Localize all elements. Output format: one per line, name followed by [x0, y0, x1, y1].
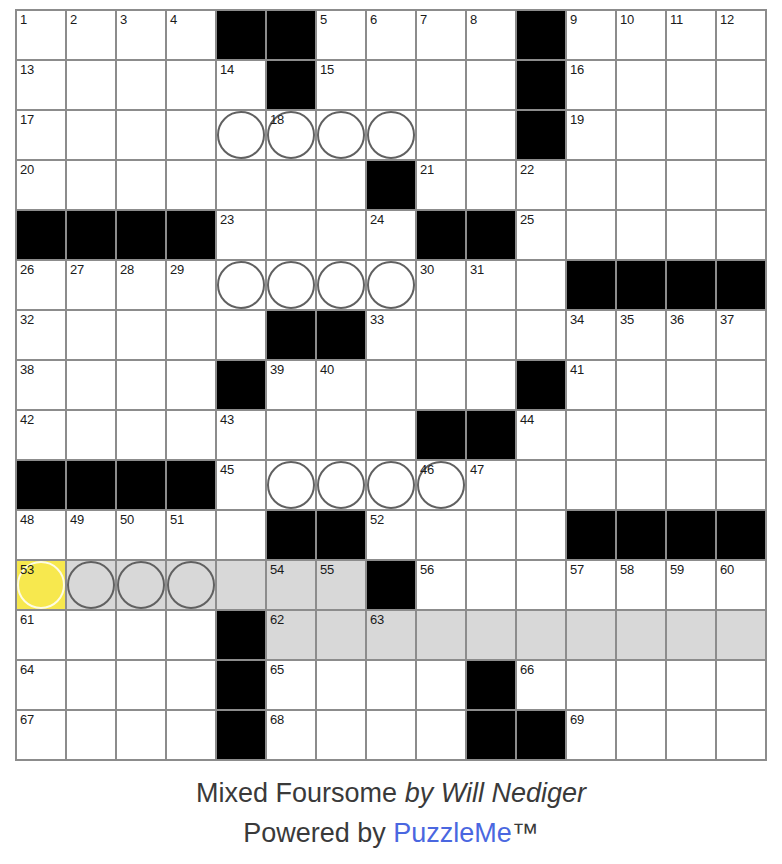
cell-r6c9[interactable]: 30 [417, 261, 465, 309]
cell-r2c13[interactable] [617, 61, 665, 109]
cell-r4c3[interactable] [117, 161, 165, 209]
cell-r3c14[interactable] [667, 111, 715, 159]
cell-r14c2[interactable] [67, 661, 115, 709]
cell-number: 17 [20, 112, 34, 127]
cell-r1c5 [217, 11, 265, 59]
cell-r15c11 [517, 711, 565, 759]
cell-number: 67 [20, 712, 34, 727]
cell-r15c4[interactable] [167, 711, 215, 759]
cell-r2c10[interactable] [467, 61, 515, 109]
cell-r3c13[interactable] [617, 111, 665, 159]
cell-r9c15[interactable] [717, 411, 765, 459]
cell-r14c8[interactable] [367, 661, 415, 709]
cell-r5c15[interactable] [717, 211, 765, 259]
cell-r3c8[interactable] [367, 111, 415, 159]
cell-r10c3 [117, 461, 165, 509]
circle-marker [217, 111, 265, 159]
cell-r15c3[interactable] [117, 711, 165, 759]
cell-number: 57 [570, 562, 584, 577]
cell-r9c7[interactable] [317, 411, 365, 459]
cell-number: 49 [70, 512, 84, 527]
cell-number: 66 [520, 662, 534, 677]
cell-r1c6 [267, 11, 315, 59]
cell-r3c3[interactable] [117, 111, 165, 159]
cell-number: 58 [620, 562, 634, 577]
cell-number: 41 [570, 362, 584, 377]
cell-r14c15[interactable] [717, 661, 765, 709]
cell-r13c1[interactable]: 61 [17, 611, 65, 659]
cell-r6c5[interactable] [217, 261, 265, 309]
cell-r14c12[interactable] [567, 661, 615, 709]
cell-r15c1[interactable]: 67 [17, 711, 65, 759]
cell-number: 27 [70, 262, 84, 277]
cell-number: 9 [570, 12, 577, 27]
cell-r10c14[interactable] [667, 461, 715, 509]
cell-r2c4[interactable] [167, 61, 215, 109]
cell-r9c3[interactable] [117, 411, 165, 459]
cell-r15c5 [217, 711, 265, 759]
cell-r3c1[interactable]: 17 [17, 111, 65, 159]
cell-r8c11 [517, 361, 565, 409]
cell-r1c10[interactable]: 8 [467, 11, 515, 59]
cell-r7c7 [317, 311, 365, 359]
cell-r7c15[interactable]: 37 [717, 311, 765, 359]
cell-r4c14[interactable] [667, 161, 715, 209]
cell-r10c7[interactable] [317, 461, 365, 509]
cell-r4c1[interactable]: 20 [17, 161, 65, 209]
cell-r2c1[interactable]: 13 [17, 61, 65, 109]
cell-r2c14[interactable] [667, 61, 715, 109]
cell-r12c4[interactable] [167, 561, 215, 609]
cell-r12c10[interactable] [467, 561, 515, 609]
cell-r2c12[interactable]: 16 [567, 61, 615, 109]
cell-r7c10[interactable] [467, 311, 515, 359]
cell-r2c8[interactable] [367, 61, 415, 109]
cell-number: 23 [220, 212, 234, 227]
cell-number: 15 [320, 62, 334, 77]
cell-r3c5[interactable] [217, 111, 265, 159]
cell-r14c14[interactable] [667, 661, 715, 709]
cell-number: 42 [20, 412, 34, 427]
circle-marker [267, 461, 315, 509]
cell-r13c9[interactable] [417, 611, 465, 659]
cell-r9c10 [467, 411, 515, 459]
cell-r7c5[interactable] [217, 311, 265, 359]
cell-r7c6 [267, 311, 315, 359]
cell-r2c11 [517, 61, 565, 109]
cell-r9c9 [417, 411, 465, 459]
cell-r8c10[interactable] [467, 361, 515, 409]
cell-number: 10 [620, 12, 634, 27]
cell-r6c11[interactable] [517, 261, 565, 309]
circle-marker [267, 261, 315, 309]
cell-r4c13[interactable] [617, 161, 665, 209]
cell-r9c12[interactable] [567, 411, 615, 459]
cell-r5c1 [17, 211, 65, 259]
cell-r4c12[interactable] [567, 161, 615, 209]
trademark-symbol: ™ [512, 818, 539, 848]
cell-number: 64 [20, 662, 34, 677]
cell-r8c2[interactable] [67, 361, 115, 409]
cell-r14c6[interactable]: 65 [267, 661, 315, 709]
cell-r7c8[interactable]: 33 [367, 311, 415, 359]
cell-number: 45 [220, 462, 234, 477]
cell-number: 69 [570, 712, 584, 727]
cell-r5c3 [117, 211, 165, 259]
cell-number: 32 [20, 312, 34, 327]
cell-r6c1[interactable]: 26 [17, 261, 65, 309]
cell-r15c15[interactable] [717, 711, 765, 759]
cell-r2c3[interactable] [117, 61, 165, 109]
cell-r13c7[interactable] [317, 611, 365, 659]
cell-r14c7[interactable] [317, 661, 365, 709]
cell-r4c9[interactable]: 21 [417, 161, 465, 209]
cell-r8c6[interactable]: 39 [267, 361, 315, 409]
cell-r12c12[interactable]: 57 [567, 561, 615, 609]
cell-number: 36 [670, 312, 684, 327]
cell-number: 54 [270, 562, 284, 577]
cell-number: 48 [20, 512, 34, 527]
cell-r6c4[interactable]: 29 [167, 261, 215, 309]
cell-r11c2[interactable]: 49 [67, 511, 115, 559]
cell-r7c9[interactable] [417, 311, 465, 359]
cell-r9c8[interactable] [367, 411, 415, 459]
cell-r13c12[interactable] [567, 611, 615, 659]
cell-r10c11[interactable] [517, 461, 565, 509]
cell-r3c10[interactable] [467, 111, 515, 159]
cell-r13c6[interactable]: 62 [267, 611, 315, 659]
cell-r4c4[interactable] [167, 161, 215, 209]
cell-r10c1 [17, 461, 65, 509]
cell-r6c14 [667, 261, 715, 309]
cell-r15c8[interactable] [367, 711, 415, 759]
crossword-page: 1234567891011121314151617181920212223242… [0, 0, 782, 864]
cell-r10c6[interactable] [267, 461, 315, 509]
cell-r9c2[interactable] [67, 411, 115, 459]
cell-r13c10[interactable] [467, 611, 515, 659]
cell-r12c14[interactable]: 59 [667, 561, 715, 609]
cell-r4c5[interactable] [217, 161, 265, 209]
cell-r15c14[interactable] [667, 711, 715, 759]
puzzleme-brand-link[interactable]: PuzzleMe [393, 818, 512, 848]
cell-number: 68 [270, 712, 284, 727]
cell-r11c3[interactable]: 50 [117, 511, 165, 559]
cell-r8c7[interactable]: 40 [317, 361, 365, 409]
cell-number: 21 [420, 162, 434, 177]
cell-r12c15[interactable]: 60 [717, 561, 765, 609]
cell-r12c11[interactable] [517, 561, 565, 609]
cell-r8c13[interactable] [617, 361, 665, 409]
cell-r13c14[interactable] [667, 611, 715, 659]
cell-r12c7[interactable]: 55 [317, 561, 365, 609]
circle-marker [117, 561, 165, 609]
cell-r1c3[interactable]: 3 [117, 11, 165, 59]
cell-r6c6[interactable] [267, 261, 315, 309]
cell-r5c10 [467, 211, 515, 259]
cell-r3c11 [517, 111, 565, 159]
cell-r6c8[interactable] [367, 261, 415, 309]
cell-r13c3[interactable] [117, 611, 165, 659]
cell-number: 18 [270, 112, 284, 127]
cell-r8c3[interactable] [117, 361, 165, 409]
cell-number: 2 [70, 12, 77, 27]
cell-r14c9[interactable] [417, 661, 465, 709]
cell-r7c12[interactable]: 34 [567, 311, 615, 359]
cell-r5c8[interactable]: 24 [367, 211, 415, 259]
cell-r13c8[interactable]: 63 [367, 611, 415, 659]
cell-number: 28 [120, 262, 134, 277]
cell-r13c13[interactable] [617, 611, 665, 659]
cell-r6c10[interactable]: 31 [467, 261, 515, 309]
cell-number: 1 [20, 12, 27, 27]
cell-r5c11[interactable]: 25 [517, 211, 565, 259]
cell-r15c13[interactable] [617, 711, 665, 759]
cell-number: 43 [220, 412, 234, 427]
puzzle-title: Mixed Foursome [196, 778, 397, 808]
cell-r15c6[interactable]: 68 [267, 711, 315, 759]
cell-r2c7[interactable]: 15 [317, 61, 365, 109]
circle-marker [317, 261, 365, 309]
crossword-grid: 1234567891011121314151617181920212223242… [15, 9, 767, 761]
cell-r6c12 [567, 261, 615, 309]
cell-r14c1[interactable]: 64 [17, 661, 65, 709]
cell-r4c10[interactable] [467, 161, 515, 209]
cell-r11c11[interactable] [517, 511, 565, 559]
cell-r8c12[interactable]: 41 [567, 361, 615, 409]
cell-r10c13[interactable] [617, 461, 665, 509]
cell-number: 4 [170, 12, 177, 27]
cell-r7c1[interactable]: 32 [17, 311, 65, 359]
cell-r1c1[interactable]: 1 [17, 11, 65, 59]
cell-number: 24 [370, 212, 384, 227]
cell-r14c13[interactable] [617, 661, 665, 709]
cell-r5c7[interactable] [317, 211, 365, 259]
cell-r14c5 [217, 661, 265, 709]
cell-r8c4[interactable] [167, 361, 215, 409]
cell-number: 51 [170, 512, 184, 527]
cell-r1c7[interactable]: 5 [317, 11, 365, 59]
cell-r10c5[interactable]: 45 [217, 461, 265, 509]
cell-number: 62 [270, 612, 284, 627]
cell-r6c3[interactable]: 28 [117, 261, 165, 309]
cell-r7c13[interactable]: 35 [617, 311, 665, 359]
cell-r2c5[interactable]: 14 [217, 61, 265, 109]
cell-r14c11[interactable]: 66 [517, 661, 565, 709]
cell-r11c4[interactable]: 51 [167, 511, 215, 559]
cell-number: 33 [370, 312, 384, 327]
cell-r11c1[interactable]: 48 [17, 511, 65, 559]
cell-r10c15[interactable] [717, 461, 765, 509]
cell-r3c6[interactable]: 18 [267, 111, 315, 159]
cell-r2c9[interactable] [417, 61, 465, 109]
cell-r7c4[interactable] [167, 311, 215, 359]
cell-r14c4[interactable] [167, 661, 215, 709]
cell-number: 63 [370, 612, 384, 627]
cell-r12c6[interactable]: 54 [267, 561, 315, 609]
cell-r6c13 [617, 261, 665, 309]
cell-number: 31 [470, 262, 484, 277]
cell-r15c7[interactable] [317, 711, 365, 759]
powered-by-line: Powered by PuzzleMe™ [0, 813, 782, 853]
cell-r9c5[interactable]: 43 [217, 411, 265, 459]
cell-r1c2[interactable]: 2 [67, 11, 115, 59]
cell-r4c7[interactable] [317, 161, 365, 209]
cell-r7c2[interactable] [67, 311, 115, 359]
cell-r3c9[interactable] [417, 111, 465, 159]
cell-number: 44 [520, 412, 534, 427]
cell-r7c3[interactable] [117, 311, 165, 359]
cell-r5c4 [167, 211, 215, 259]
cell-r15c2[interactable] [67, 711, 115, 759]
cell-r15c12[interactable]: 69 [567, 711, 615, 759]
circle-marker [367, 261, 415, 309]
cell-number: 46 [420, 462, 434, 477]
cell-r9c11[interactable]: 44 [517, 411, 565, 459]
cell-number: 30 [420, 262, 434, 277]
cell-r5c13[interactable] [617, 211, 665, 259]
cell-r9c4[interactable] [167, 411, 215, 459]
cell-number: 39 [270, 362, 284, 377]
cell-r15c9[interactable] [417, 711, 465, 759]
cell-r10c2 [67, 461, 115, 509]
cell-r1c13[interactable]: 10 [617, 11, 665, 59]
cell-r5c12[interactable] [567, 211, 615, 259]
cell-r12c3[interactable] [117, 561, 165, 609]
cell-r12c13[interactable]: 58 [617, 561, 665, 609]
cell-r4c6[interactable] [267, 161, 315, 209]
cell-r13c11[interactable] [517, 611, 565, 659]
cell-r8c9[interactable] [417, 361, 465, 409]
cell-r2c15[interactable] [717, 61, 765, 109]
cell-r11c8[interactable]: 52 [367, 511, 415, 559]
cell-number: 50 [120, 512, 134, 527]
cell-r8c14[interactable] [667, 361, 715, 409]
cell-number: 40 [320, 362, 334, 377]
cell-r1c11 [517, 11, 565, 59]
circle-marker [317, 111, 365, 159]
cell-r3c2[interactable] [67, 111, 115, 159]
cell-r14c10 [467, 661, 515, 709]
cell-r11c9[interactable] [417, 511, 465, 559]
cell-number: 7 [420, 12, 427, 27]
cell-r4c2[interactable] [67, 161, 115, 209]
cell-number: 47 [470, 462, 484, 477]
cell-r12c5[interactable] [217, 561, 265, 609]
cell-r3c4[interactable] [167, 111, 215, 159]
cell-r5c2 [67, 211, 115, 259]
cell-r11c15 [717, 511, 765, 559]
cell-r12c8 [367, 561, 415, 609]
cell-r12c2[interactable] [67, 561, 115, 609]
cell-r1c15[interactable]: 12 [717, 11, 765, 59]
cell-r13c15[interactable] [717, 611, 765, 659]
cell-r5c9 [417, 211, 465, 259]
cell-number: 22 [520, 162, 534, 177]
cell-r3c12[interactable]: 19 [567, 111, 615, 159]
cell-r14c3[interactable] [117, 661, 165, 709]
cell-r13c2[interactable] [67, 611, 115, 659]
puzzle-byline: by Will Nediger [405, 778, 586, 808]
cell-number: 25 [520, 212, 534, 227]
cell-r6c15 [717, 261, 765, 309]
cell-number: 29 [170, 262, 184, 277]
cell-r6c7[interactable] [317, 261, 365, 309]
cell-number: 52 [370, 512, 384, 527]
cell-r5c5[interactable]: 23 [217, 211, 265, 259]
cell-r5c6[interactable] [267, 211, 315, 259]
circle-marker [367, 461, 415, 509]
cell-r10c9[interactable]: 46 [417, 461, 465, 509]
cell-r7c14[interactable]: 36 [667, 311, 715, 359]
cell-r11c10[interactable] [467, 511, 515, 559]
cell-r1c4[interactable]: 4 [167, 11, 215, 59]
cell-r11c5[interactable] [217, 511, 265, 559]
cell-r1c9[interactable]: 7 [417, 11, 465, 59]
cell-r7c11[interactable] [517, 311, 565, 359]
cell-r12c9[interactable]: 56 [417, 561, 465, 609]
cell-r9c14[interactable] [667, 411, 715, 459]
cell-r8c1[interactable]: 38 [17, 361, 65, 409]
cell-number: 34 [570, 312, 584, 327]
cell-r10c10[interactable]: 47 [467, 461, 515, 509]
cell-r1c12[interactable]: 9 [567, 11, 615, 59]
cell-r9c13[interactable] [617, 411, 665, 459]
cell-number: 14 [220, 62, 234, 77]
puzzle-footer: Mixed Foursome by Will Nediger Powered b… [0, 773, 782, 853]
circle-marker [217, 261, 265, 309]
cell-r13c4[interactable] [167, 611, 215, 659]
cell-r3c7[interactable] [317, 111, 365, 159]
cell-r5c14[interactable] [667, 211, 715, 259]
cell-r9c1[interactable]: 42 [17, 411, 65, 459]
cell-r8c15[interactable] [717, 361, 765, 409]
cell-r12c1[interactable]: 53 [17, 561, 65, 609]
cell-r10c8[interactable] [367, 461, 415, 509]
cell-r3c15[interactable] [717, 111, 765, 159]
cell-number: 8 [470, 12, 477, 27]
cell-r4c11[interactable]: 22 [517, 161, 565, 209]
cell-number: 65 [270, 662, 284, 677]
cell-r11c7 [317, 511, 365, 559]
cell-number: 60 [720, 562, 734, 577]
cell-r1c8[interactable]: 6 [367, 11, 415, 59]
cell-number: 61 [20, 612, 34, 627]
cell-r13c5 [217, 611, 265, 659]
cell-r10c12[interactable] [567, 461, 615, 509]
cell-number: 56 [420, 562, 434, 577]
cell-r6c2[interactable]: 27 [67, 261, 115, 309]
cell-r8c8[interactable] [367, 361, 415, 409]
cell-r15c10 [467, 711, 515, 759]
cell-number: 12 [720, 12, 734, 27]
powered-by-text: Powered by [243, 818, 393, 848]
cell-number: 3 [120, 12, 127, 27]
cell-r2c6 [267, 61, 315, 109]
cell-number: 5 [320, 12, 327, 27]
cell-number: 6 [370, 12, 377, 27]
cell-r4c15[interactable] [717, 161, 765, 209]
cell-number: 59 [670, 562, 684, 577]
cell-r9c6[interactable] [267, 411, 315, 459]
cell-r4c8 [367, 161, 415, 209]
cell-number: 13 [20, 62, 34, 77]
cell-r2c2[interactable] [67, 61, 115, 109]
cell-r1c14[interactable]: 11 [667, 11, 715, 59]
cell-number: 19 [570, 112, 584, 127]
puzzle-title-line: Mixed Foursome by Will Nediger [0, 773, 782, 813]
cell-number: 53 [20, 562, 34, 577]
cell-r11c14 [667, 511, 715, 559]
